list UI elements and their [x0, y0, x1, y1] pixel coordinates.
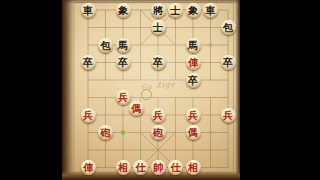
board-point[interactable] [219, 36, 237, 54]
board-point[interactable] [149, 141, 167, 159]
board-point[interactable] [219, 71, 237, 89]
red-soldier[interactable]: 兵 [81, 108, 96, 123]
board-point[interactable]: 卒 [184, 71, 202, 89]
board-point[interactable] [79, 19, 97, 37]
board-point[interactable] [79, 36, 97, 54]
xiangqi-app-screen: Go Zige 車象將士象車士包包馬馬卒卒卒俥卒卒兵傌兵兵兵兵砲砲傌俥相仕帥仕相 [0, 0, 320, 180]
board-point[interactable]: 砲 [149, 124, 167, 142]
board-point[interactable] [114, 71, 132, 89]
black-elephant-glyph: 象 [118, 2, 128, 17]
red-cannon[interactable]: 砲 [98, 125, 113, 140]
red-elephant[interactable]: 相 [186, 160, 201, 175]
board-point[interactable]: 馬 [114, 36, 132, 54]
red-advisor-glyph: 仕 [136, 160, 146, 175]
board-point[interactable] [132, 1, 150, 19]
board-point[interactable]: 卒 [219, 54, 237, 72]
board-point[interactable] [167, 106, 185, 124]
board-point[interactable]: 兵 [184, 106, 202, 124]
board-point[interactable] [97, 106, 115, 124]
board-point[interactable] [149, 89, 167, 107]
board-point[interactable] [97, 159, 115, 177]
board-point[interactable] [132, 124, 150, 142]
board-point[interactable] [219, 89, 237, 107]
board-point[interactable] [97, 71, 115, 89]
board-point[interactable] [97, 1, 115, 19]
board-point[interactable] [114, 19, 132, 37]
black-soldier-glyph: 卒 [153, 55, 163, 70]
red-elephant-glyph: 相 [188, 160, 198, 175]
black-soldier-glyph: 卒 [188, 72, 198, 87]
board-point[interactable]: 兵 [149, 106, 167, 124]
black-cannon-glyph: 包 [101, 37, 111, 52]
board-point[interactable] [184, 141, 202, 159]
black-elephant[interactable]: 象 [116, 3, 131, 18]
xiangqi-board: Go Zige 車象將士象車士包包馬馬卒卒卒俥卒卒兵傌兵兵兵兵砲砲傌俥相仕帥仕相 [62, 0, 240, 180]
red-advisor[interactable]: 仕 [168, 160, 183, 175]
board-point[interactable] [202, 19, 220, 37]
board-point[interactable] [184, 19, 202, 37]
board-point[interactable] [219, 159, 237, 177]
board-intersections: 車象將士象車士包包馬馬卒卒卒俥卒卒兵傌兵兵兵兵砲砲傌俥相仕帥仕相 [79, 1, 237, 176]
board-point[interactable] [167, 141, 185, 159]
black-elephant-glyph: 象 [188, 2, 198, 17]
red-chariot-glyph: 俥 [83, 160, 93, 175]
black-chariot-glyph: 車 [83, 2, 93, 17]
board-point[interactable] [219, 124, 237, 142]
board-point[interactable] [132, 71, 150, 89]
board-point[interactable] [79, 71, 97, 89]
black-advisor-glyph: 士 [153, 20, 163, 35]
board-point[interactable] [97, 54, 115, 72]
board-point[interactable] [202, 159, 220, 177]
board-point[interactable]: 兵 [219, 106, 237, 124]
red-general[interactable]: 帥 [151, 160, 166, 175]
board-point[interactable]: 相 [114, 159, 132, 177]
board-point[interactable] [202, 36, 220, 54]
board-point[interactable] [202, 124, 220, 142]
board-point[interactable]: 俥 [184, 54, 202, 72]
board-point[interactable] [114, 106, 132, 124]
red-soldier[interactable]: 兵 [116, 90, 131, 105]
black-chariot[interactable]: 車 [203, 3, 218, 18]
board-point[interactable]: 仕 [132, 159, 150, 177]
black-soldier[interactable]: 卒 [186, 73, 201, 88]
board-point[interactable] [79, 89, 97, 107]
board-point[interactable]: 砲 [97, 124, 115, 142]
red-advisor-glyph: 仕 [171, 160, 181, 175]
black-horse[interactable]: 馬 [186, 38, 201, 53]
black-soldier[interactable]: 卒 [151, 55, 166, 70]
red-general-glyph: 帥 [153, 160, 163, 175]
board-point[interactable]: 象 [184, 1, 202, 19]
black-general[interactable]: 將 [151, 3, 166, 18]
red-elephant[interactable]: 相 [116, 160, 131, 175]
red-soldier-glyph: 兵 [118, 90, 128, 105]
black-soldier-glyph: 卒 [118, 55, 128, 70]
black-advisor[interactable]: 士 [151, 20, 166, 35]
board-point[interactable] [149, 71, 167, 89]
board-point[interactable] [97, 89, 115, 107]
board-point[interactable] [167, 71, 185, 89]
board-point[interactable] [132, 19, 150, 37]
red-chariot-glyph: 俥 [188, 55, 198, 70]
board-point[interactable] [167, 89, 185, 107]
board-point[interactable]: 俥 [79, 159, 97, 177]
red-advisor[interactable]: 仕 [133, 160, 148, 175]
board-point[interactable]: 卒 [114, 54, 132, 72]
red-elephant-glyph: 相 [118, 160, 128, 175]
black-advisor-glyph: 士 [171, 2, 181, 17]
red-soldier-glyph: 兵 [223, 107, 233, 122]
board-point[interactable] [167, 19, 185, 37]
board-point[interactable]: 象 [114, 1, 132, 19]
black-chariot[interactable]: 車 [81, 3, 96, 18]
board-point[interactable] [132, 54, 150, 72]
board-point[interactable] [97, 19, 115, 37]
black-general-glyph: 將 [153, 2, 163, 17]
red-cannon[interactable]: 砲 [151, 125, 166, 140]
board-point[interactable]: 相 [184, 159, 202, 177]
board-point[interactable] [202, 89, 220, 107]
black-cannon-glyph: 包 [223, 20, 233, 35]
board-point[interactable] [202, 141, 220, 159]
board-point[interactable] [167, 54, 185, 72]
board-point[interactable] [202, 106, 220, 124]
red-horse-glyph: 傌 [188, 125, 198, 140]
board-point[interactable]: 士 [167, 1, 185, 19]
black-cannon[interactable]: 包 [221, 20, 236, 35]
board-point[interactable] [149, 36, 167, 54]
board-point[interactable] [79, 141, 97, 159]
red-soldier[interactable]: 兵 [186, 108, 201, 123]
red-soldier[interactable]: 兵 [221, 108, 236, 123]
board-point[interactable]: 馬 [184, 36, 202, 54]
black-horse[interactable]: 馬 [116, 38, 131, 53]
black-soldier-glyph: 卒 [223, 55, 233, 70]
red-cannon-glyph: 砲 [153, 125, 163, 140]
board-point[interactable] [219, 141, 237, 159]
board-point[interactable]: 士 [149, 19, 167, 37]
red-soldier[interactable]: 兵 [151, 108, 166, 123]
board-point[interactable] [167, 36, 185, 54]
board-point[interactable]: 車 [202, 1, 220, 19]
board-point[interactable]: 將 [149, 1, 167, 19]
red-chariot[interactable]: 俥 [186, 55, 201, 70]
red-cannon-glyph: 砲 [101, 125, 111, 140]
board-point[interactable] [132, 141, 150, 159]
board-point[interactable] [97, 141, 115, 159]
black-cannon[interactable]: 包 [98, 38, 113, 53]
red-chariot[interactable]: 俥 [81, 160, 96, 175]
board-point[interactable]: 傌 [184, 124, 202, 142]
board-point[interactable]: 傌 [132, 89, 150, 107]
red-soldier-glyph: 兵 [188, 107, 198, 122]
board-point[interactable] [184, 89, 202, 107]
board-point[interactable] [202, 71, 220, 89]
board-point[interactable] [114, 124, 132, 142]
board-point[interactable]: 仕 [167, 159, 185, 177]
black-soldier[interactable]: 卒 [81, 55, 96, 70]
black-horse-glyph: 馬 [118, 37, 128, 52]
board-point[interactable]: 卒 [149, 54, 167, 72]
black-soldier-glyph: 卒 [83, 55, 93, 70]
black-soldier[interactable]: 卒 [221, 55, 236, 70]
black-chariot-glyph: 車 [206, 2, 216, 17]
black-soldier[interactable]: 卒 [116, 55, 131, 70]
board-point[interactable]: 車 [79, 1, 97, 19]
black-elephant[interactable]: 象 [186, 3, 201, 18]
board-point[interactable]: 包 [219, 19, 237, 37]
board-point[interactable] [79, 124, 97, 142]
red-soldier-glyph: 兵 [83, 107, 93, 122]
red-soldier-glyph: 兵 [153, 107, 163, 122]
board-point[interactable]: 卒 [79, 54, 97, 72]
black-advisor[interactable]: 士 [168, 3, 183, 18]
board-point[interactable] [219, 1, 237, 19]
board-point[interactable] [132, 36, 150, 54]
board-point[interactable]: 帥 [149, 159, 167, 177]
board-point[interactable] [132, 106, 150, 124]
board-point[interactable] [167, 124, 185, 142]
board-point[interactable] [202, 54, 220, 72]
board-point[interactable]: 包 [97, 36, 115, 54]
black-horse-glyph: 馬 [188, 37, 198, 52]
board-point[interactable]: 兵 [79, 106, 97, 124]
board-point[interactable] [114, 141, 132, 159]
red-horse[interactable]: 傌 [186, 125, 201, 140]
